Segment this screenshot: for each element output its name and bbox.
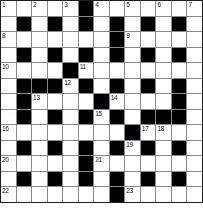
white-cell-r10c11[interactable] [156, 141, 171, 156]
clue-number-21: 21 [95, 156, 102, 163]
white-cell-r9c6[interactable] [79, 125, 94, 140]
black-cell-r6c8 [110, 79, 125, 94]
black-cell-r2c8 [110, 17, 125, 32]
black-cell-r2c4 [48, 17, 63, 32]
white-cell-r1c3[interactable]: 2 [32, 1, 47, 16]
black-cell-r2c10 [141, 17, 156, 32]
clue-number-23: 23 [126, 187, 133, 194]
black-cell-r8c8 [110, 110, 125, 125]
white-cell-r9c1[interactable]: 16 [1, 125, 16, 140]
white-cell-r13c5[interactable] [63, 187, 78, 202]
black-cell-r10c12 [172, 141, 187, 156]
clue-number-3: 3 [64, 1, 67, 8]
black-cell-r12c10 [141, 172, 156, 187]
white-cell-r7c13[interactable] [187, 94, 202, 109]
white-cell-r8c3[interactable] [32, 110, 47, 125]
white-cell-r10c1[interactable] [1, 141, 16, 156]
white-cell-r7c8[interactable]: 14 [110, 94, 125, 109]
white-cell-r9c4[interactable] [48, 125, 63, 140]
black-cell-r12c12 [172, 172, 187, 187]
white-cell-r2c11[interactable] [156, 17, 171, 32]
white-cell-r3c9[interactable]: 9 [125, 32, 140, 47]
white-cell-r3c11[interactable] [156, 32, 171, 47]
white-cell-r8c13[interactable] [187, 110, 202, 125]
white-cell-r11c9[interactable] [125, 156, 140, 171]
clue-number-12: 12 [64, 79, 71, 86]
white-cell-r5c12[interactable] [172, 63, 187, 78]
white-cell-r3c6[interactable] [79, 32, 94, 47]
black-cell-r7c12 [172, 94, 187, 109]
black-cell-r2c12 [172, 17, 187, 32]
white-cell-r7c5[interactable] [63, 94, 78, 109]
white-cell-r1c10[interactable] [141, 1, 156, 16]
white-cell-r3c7[interactable] [94, 32, 109, 47]
white-cell-r3c2[interactable] [17, 32, 32, 47]
white-cell-r13c10[interactable] [141, 187, 156, 202]
white-cell-r8c7[interactable]: 15 [94, 110, 109, 125]
white-cell-r11c5[interactable] [63, 156, 78, 171]
white-cell-r9c11[interactable]: 18 [156, 125, 171, 140]
white-cell-r6c7[interactable] [94, 79, 109, 94]
white-cell-r7c3[interactable]: 13 [32, 94, 47, 109]
clue-number-10: 10 [2, 63, 9, 70]
black-cell-r10c8 [110, 141, 125, 156]
clue-number-11: 11 [80, 63, 86, 70]
black-cell-r2c2 [17, 17, 32, 32]
clue-number-7: 7 [188, 1, 191, 8]
white-cell-r4c7[interactable] [94, 48, 109, 63]
white-cell-r9c12[interactable] [172, 125, 187, 140]
black-cell-r8c2 [17, 110, 32, 125]
white-cell-r13c7[interactable] [94, 187, 109, 202]
white-cell-r9c3[interactable] [32, 125, 47, 140]
white-cell-r2c5[interactable] [63, 17, 78, 32]
black-cell-r4c10 [141, 48, 156, 63]
white-cell-r5c13[interactable] [187, 63, 202, 78]
black-cell-r12c4 [48, 172, 63, 187]
white-cell-r3c3[interactable] [32, 32, 47, 47]
white-cell-r4c5[interactable] [63, 48, 78, 63]
clue-number-13: 13 [33, 94, 40, 101]
white-cell-r5c7[interactable] [94, 63, 109, 78]
white-cell-r10c9[interactable]: 19 [125, 141, 140, 156]
black-cell-r10c10 [141, 141, 156, 156]
white-cell-r1c9[interactable]: 5 [125, 1, 140, 16]
white-cell-r11c8[interactable] [110, 156, 125, 171]
white-cell-r10c13[interactable] [187, 141, 202, 156]
black-cell-r8c12 [172, 110, 187, 125]
clue-number-1: 1 [2, 1, 5, 8]
clue-number-18: 18 [157, 125, 164, 132]
clue-number-19: 19 [126, 141, 133, 148]
white-cell-r13c13[interactable] [187, 187, 202, 202]
white-cell-r8c1[interactable] [1, 110, 16, 125]
white-cell-r12c13[interactable] [187, 172, 202, 187]
white-cell-r6c1[interactable] [1, 79, 16, 94]
white-cell-r1c8[interactable] [110, 1, 125, 16]
white-cell-r1c7[interactable]: 4 [94, 1, 109, 16]
white-cell-r10c3[interactable] [32, 141, 47, 156]
black-cell-r8c6 [79, 110, 94, 125]
white-cell-r1c13[interactable]: 7 [187, 1, 202, 16]
black-cell-r7c7 [94, 94, 109, 109]
white-cell-r5c9[interactable] [125, 63, 140, 78]
black-cell-r6c3 [32, 79, 47, 94]
black-cell-r6c10 [141, 79, 156, 94]
white-cell-r13c4[interactable] [48, 187, 63, 202]
white-cell-r5c10[interactable] [141, 63, 156, 78]
white-cell-r2c3[interactable] [32, 17, 47, 32]
clue-number-2: 2 [33, 1, 36, 8]
black-cell-r12c8 [110, 172, 125, 187]
clue-number-17: 17 [142, 125, 149, 132]
white-cell-r11c10[interactable] [141, 156, 156, 171]
white-cell-r8c9[interactable] [125, 110, 140, 125]
black-cell-r10c6 [79, 141, 94, 156]
clue-number-5: 5 [126, 1, 129, 8]
black-cell-r10c2 [17, 141, 32, 156]
white-cell-r3c4[interactable] [48, 32, 63, 47]
crossword-grid: 1234567891011121314151617181920212223 [0, 0, 203, 203]
white-cell-r11c4[interactable] [48, 156, 63, 171]
white-cell-r9c5[interactable] [63, 125, 78, 140]
white-cell-r4c13[interactable] [187, 48, 202, 63]
white-cell-r5c1[interactable]: 10 [1, 63, 16, 78]
black-cell-r4c12 [172, 48, 187, 63]
black-cell-r8c4 [48, 110, 63, 125]
white-cell-r4c3[interactable] [32, 48, 47, 63]
white-cell-r11c12[interactable] [172, 156, 187, 171]
white-cell-r2c1[interactable] [1, 17, 16, 32]
white-cell-r13c9[interactable]: 23 [125, 187, 140, 202]
white-cell-r3c10[interactable] [141, 32, 156, 47]
white-cell-r12c7[interactable] [94, 172, 109, 187]
white-cell-r9c7[interactable] [94, 125, 109, 140]
black-cell-r8c11 [156, 110, 171, 125]
black-cell-r6c2 [17, 79, 32, 94]
white-cell-r6c5[interactable]: 12 [63, 79, 78, 94]
white-cell-r11c7[interactable]: 21 [94, 156, 109, 171]
white-cell-r5c3[interactable] [32, 63, 47, 78]
white-cell-r12c9[interactable] [125, 172, 140, 187]
white-cell-r5c11[interactable] [156, 63, 171, 78]
white-cell-r3c13[interactable] [187, 32, 202, 47]
white-cell-r13c3[interactable] [32, 187, 47, 202]
white-cell-r4c11[interactable] [156, 48, 171, 63]
black-cell-r10c4 [48, 141, 63, 156]
white-cell-r10c5[interactable] [63, 141, 78, 156]
black-cell-r12c2 [17, 172, 32, 187]
black-cell-r1c6 [79, 1, 94, 16]
clue-number-4: 4 [95, 1, 98, 8]
white-cell-r1c4[interactable] [48, 1, 63, 16]
black-cell-r4c6 [79, 48, 94, 63]
clue-number-20: 20 [2, 156, 9, 163]
white-cell-r12c5[interactable] [63, 172, 78, 187]
clue-number-22: 22 [2, 187, 9, 194]
white-cell-r11c11[interactable] [156, 156, 171, 171]
white-cell-r1c1[interactable]: 1 [1, 1, 16, 16]
clue-number-15: 15 [95, 110, 102, 117]
white-cell-r11c2[interactable] [17, 156, 32, 171]
clue-number-8: 8 [2, 32, 5, 39]
white-cell-r9c8[interactable] [110, 125, 125, 140]
black-cell-r4c4 [48, 48, 63, 63]
white-cell-r3c1[interactable]: 8 [1, 32, 16, 47]
white-cell-r13c1[interactable]: 22 [1, 187, 16, 202]
white-cell-r7c11[interactable] [156, 94, 171, 109]
black-cell-r8c10 [141, 110, 156, 125]
black-cell-r4c8 [110, 48, 125, 63]
clue-number-14: 14 [111, 94, 118, 101]
white-cell-r1c5[interactable]: 3 [63, 1, 78, 16]
white-cell-r9c2[interactable] [17, 125, 32, 140]
white-cell-r1c11[interactable]: 6 [156, 1, 171, 16]
white-cell-r12c11[interactable] [156, 172, 171, 187]
white-cell-r7c9[interactable] [125, 94, 140, 109]
black-cell-r3c8 [110, 32, 125, 47]
white-cell-r10c7[interactable] [94, 141, 109, 156]
white-cell-r5c8[interactable] [110, 63, 125, 78]
white-cell-r6c13[interactable] [187, 79, 202, 94]
white-cell-r8c5[interactable] [63, 110, 78, 125]
white-cell-r1c12[interactable] [172, 1, 187, 16]
black-cell-r6c12 [172, 79, 187, 94]
clue-number-6: 6 [157, 1, 160, 8]
white-cell-r6c11[interactable] [156, 79, 171, 94]
black-cell-r6c4 [48, 79, 63, 94]
white-cell-r7c4[interactable] [48, 94, 63, 109]
white-cell-r12c1[interactable] [1, 172, 16, 187]
white-cell-r9c13[interactable] [187, 125, 202, 140]
white-cell-r6c9[interactable] [125, 79, 140, 94]
white-cell-r7c10[interactable] [141, 94, 156, 109]
white-cell-r13c11[interactable] [156, 187, 171, 202]
white-cell-r5c6[interactable]: 11 [79, 63, 94, 78]
black-cell-r7c2 [17, 94, 32, 109]
black-cell-r13c8 [110, 187, 125, 202]
white-cell-r5c4[interactable] [48, 63, 63, 78]
black-cell-r4c2 [17, 48, 32, 63]
white-cell-r3c12[interactable] [172, 32, 187, 47]
black-cell-r12c6 [79, 172, 94, 187]
black-cell-r6c6 [79, 79, 94, 94]
black-cell-r2c6 [79, 17, 94, 32]
white-cell-r12c3[interactable] [32, 172, 47, 187]
white-cell-r7c1[interactable] [1, 94, 16, 109]
white-cell-r2c9[interactable] [125, 17, 140, 32]
white-cell-r11c1[interactable]: 20 [1, 156, 16, 171]
white-cell-r11c3[interactable] [32, 156, 47, 171]
white-cell-r4c9[interactable] [125, 48, 140, 63]
white-cell-r1c2[interactable] [17, 1, 32, 16]
white-cell-r3c5[interactable] [63, 32, 78, 47]
white-cell-r13c12[interactable] [172, 187, 187, 202]
black-cell-r5c5 [63, 63, 78, 78]
white-cell-r7c6[interactable] [79, 94, 94, 109]
white-cell-r2c13[interactable] [187, 17, 202, 32]
clue-number-16: 16 [2, 125, 9, 132]
crossword-page: 1234567891011121314151617181920212223 [0, 0, 203, 208]
white-cell-r13c2[interactable] [17, 187, 32, 202]
clue-number-9: 9 [126, 32, 129, 39]
white-cell-r13c6[interactable] [79, 187, 94, 202]
black-cell-r9c9 [125, 125, 140, 140]
white-cell-r11c13[interactable] [187, 156, 202, 171]
black-cell-r11c6 [79, 156, 94, 171]
white-cell-r9c10[interactable]: 17 [141, 125, 156, 140]
white-cell-r2c7[interactable] [94, 17, 109, 32]
white-cell-r5c2[interactable] [17, 63, 32, 78]
white-cell-r4c1[interactable] [1, 48, 16, 63]
